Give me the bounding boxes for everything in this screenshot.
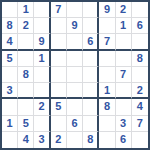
cell-r3c8[interactable] [116,34,132,50]
cell-r3c3[interactable]: 9 [34,34,50,50]
cell-r1c9[interactable] [132,2,148,18]
cell-r7c6[interactable] [83,99,99,115]
cell-r8c3[interactable] [34,116,50,132]
cell-r5c5[interactable] [67,67,83,83]
cell-r7c2[interactable] [18,99,34,115]
cell-r8c2[interactable]: 5 [18,116,34,132]
cell-r2c7[interactable] [99,18,115,34]
cell-r3c4[interactable] [51,34,67,50]
cell-r7c8[interactable] [116,99,132,115]
cell-r4c8[interactable] [116,51,132,67]
cell-r4c4[interactable] [51,51,67,67]
cell-r4c9[interactable]: 8 [132,51,148,67]
cell-r5c1[interactable] [2,67,18,83]
cell-r2c5[interactable]: 9 [67,18,83,34]
cell-r9c7[interactable] [99,132,115,148]
cell-r7c5[interactable] [67,99,83,115]
cell-r1c7[interactable]: 9 [99,2,115,18]
cell-r4c3[interactable]: 1 [34,51,50,67]
cell-r2c1[interactable]: 8 [2,18,18,34]
cell-r1c4[interactable]: 7 [51,2,67,18]
cell-r7c3[interactable]: 2 [34,99,50,115]
cell-r9c9[interactable] [132,132,148,148]
cell-r3c6[interactable]: 6 [83,34,99,50]
cell-r3c1[interactable]: 4 [2,34,18,50]
cell-r1c3[interactable] [34,2,50,18]
cell-r7c4[interactable]: 5 [51,99,67,115]
cell-r8c1[interactable]: 1 [2,116,18,132]
cell-r5c6[interactable] [83,67,99,83]
cell-r9c3[interactable]: 3 [34,132,50,148]
cell-r9c1[interactable] [2,132,18,148]
cell-r1c2[interactable]: 1 [18,2,34,18]
cell-r5c9[interactable] [132,67,148,83]
cell-r9c4[interactable]: 2 [51,132,67,148]
cell-r2c2[interactable]: 2 [18,18,34,34]
cell-r3c9[interactable] [132,34,148,50]
cell-r6c1[interactable]: 3 [2,83,18,99]
cell-r6c2[interactable] [18,83,34,99]
cell-r6c5[interactable] [67,83,83,99]
cell-r4c6[interactable] [83,51,99,67]
cell-r9c5[interactable] [67,132,83,148]
cell-r4c5[interactable] [67,51,83,67]
cell-r1c1[interactable] [2,2,18,18]
cell-r8c5[interactable]: 6 [67,116,83,132]
cell-r9c2[interactable]: 4 [18,132,34,148]
cell-r5c3[interactable] [34,67,50,83]
cell-r6c3[interactable] [34,83,50,99]
cell-r5c8[interactable]: 7 [116,67,132,83]
cell-r4c2[interactable] [18,51,34,67]
cell-r6c9[interactable]: 2 [132,83,148,99]
cell-r4c7[interactable] [99,51,115,67]
cell-r8c7[interactable] [99,116,115,132]
cell-r6c4[interactable] [51,83,67,99]
cell-r5c2[interactable]: 8 [18,67,34,83]
cell-r7c9[interactable]: 4 [132,99,148,115]
cell-r2c8[interactable]: 1 [116,18,132,34]
cell-r3c2[interactable] [18,34,34,50]
sudoku-board: 17928291649675188731225841563743286 [0,0,150,150]
cell-r2c9[interactable]: 6 [132,18,148,34]
cell-r7c1[interactable] [2,99,18,115]
cell-r1c8[interactable]: 2 [116,2,132,18]
cell-r6c6[interactable] [83,83,99,99]
cell-r1c5[interactable] [67,2,83,18]
cell-r4c1[interactable]: 5 [2,51,18,67]
cell-r3c5[interactable] [67,34,83,50]
cell-r9c6[interactable]: 8 [83,132,99,148]
cell-r2c3[interactable] [34,18,50,34]
cell-r3c7[interactable]: 7 [99,34,115,50]
cell-r9c8[interactable]: 6 [116,132,132,148]
cell-r5c4[interactable] [51,67,67,83]
cell-r7c7[interactable]: 8 [99,99,115,115]
cell-r2c4[interactable] [51,18,67,34]
cell-r2c6[interactable] [83,18,99,34]
cell-r8c4[interactable] [51,116,67,132]
cell-r8c8[interactable]: 3 [116,116,132,132]
cell-r8c6[interactable] [83,116,99,132]
cell-r1c6[interactable] [83,2,99,18]
cell-r8c9[interactable]: 7 [132,116,148,132]
cell-r6c8[interactable] [116,83,132,99]
cell-r5c7[interactable] [99,67,115,83]
cell-r6c7[interactable]: 1 [99,83,115,99]
